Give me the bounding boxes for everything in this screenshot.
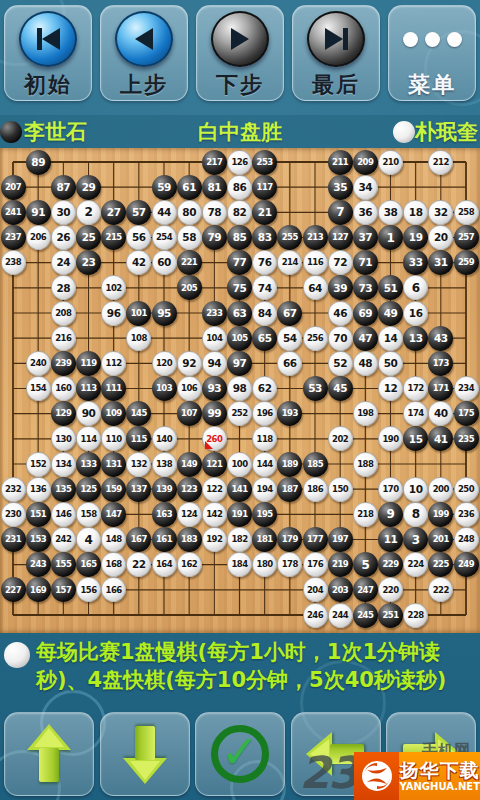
stone-black-227: 227 <box>1 577 26 602</box>
stone-white-238: 238 <box>1 250 26 275</box>
stone-white-92: 92 <box>177 351 202 376</box>
stone-black-47: 47 <box>353 326 378 351</box>
stone-white-10: 10 <box>403 477 428 502</box>
stone-white-164: 164 <box>152 552 177 577</box>
stone-white-66: 66 <box>277 351 302 376</box>
stone-black-95: 95 <box>152 301 177 326</box>
stone-black-147: 147 <box>101 502 126 527</box>
stone-white-138: 138 <box>152 452 177 477</box>
next-move-label: 下步 <box>216 70 264 100</box>
stone-black-177: 177 <box>303 527 328 552</box>
stone-black-3: 3 <box>403 527 428 552</box>
stone-white-202: 202 <box>328 426 353 451</box>
stone-black-73: 73 <box>353 275 378 300</box>
stone-white-246: 246 <box>303 603 328 628</box>
stone-black-239: 239 <box>51 351 76 376</box>
stone-black-249: 249 <box>454 552 479 577</box>
last-move-marker <box>205 441 213 449</box>
stone-white-112: 112 <box>101 351 126 376</box>
stone-black-137: 137 <box>126 477 151 502</box>
stone-black-39: 39 <box>328 275 353 300</box>
download-badge[interactable]: 扬华下载 YANGHUA.NET <box>354 752 480 800</box>
top-toolbar: 初始 上步 下步 最后 菜单 <box>0 5 480 103</box>
stone-white-72: 72 <box>328 250 353 275</box>
stone-black-103: 103 <box>152 376 177 401</box>
stone-black-91: 91 <box>26 200 51 225</box>
stone-black-49: 49 <box>378 301 403 326</box>
stone-black-45: 45 <box>328 376 353 401</box>
stone-black-53: 53 <box>303 376 328 401</box>
stone-white-154: 154 <box>26 376 51 401</box>
stone-white-30: 30 <box>51 200 76 225</box>
stone-white-106: 106 <box>177 376 202 401</box>
stone-white-142: 142 <box>202 502 227 527</box>
stone-black-81: 81 <box>202 175 227 200</box>
menu-dots-icon <box>403 11 462 67</box>
stone-black-61: 61 <box>177 175 202 200</box>
stone-white-124: 124 <box>177 502 202 527</box>
stone-white-108: 108 <box>126 326 151 351</box>
stone-black-257: 257 <box>454 225 479 250</box>
stone-white-96: 96 <box>101 301 126 326</box>
stone-black-107: 107 <box>177 401 202 426</box>
stone-black-219: 219 <box>328 552 353 577</box>
stone-black-191: 191 <box>227 502 252 527</box>
stone-black-25: 25 <box>76 225 101 250</box>
stone-black-235: 235 <box>454 426 479 451</box>
stone-black-197: 197 <box>328 527 353 552</box>
stone-black-117: 117 <box>252 175 277 200</box>
stone-black-29: 29 <box>76 175 101 200</box>
arrow-up-icon <box>21 724 77 784</box>
stone-black-83: 83 <box>252 225 277 250</box>
stone-black-105: 105 <box>227 326 252 351</box>
stone-white-150: 150 <box>328 477 353 502</box>
stone-white-204: 204 <box>303 577 328 602</box>
stone-black-127: 127 <box>328 225 353 250</box>
stone-white-52: 52 <box>328 351 353 376</box>
stone-black-199: 199 <box>428 502 453 527</box>
stone-black-63: 63 <box>227 301 252 326</box>
stone-black-241: 241 <box>1 200 26 225</box>
stone-white-192: 192 <box>202 527 227 552</box>
step-back-icon <box>115 11 173 67</box>
stone-black-141: 141 <box>227 477 252 502</box>
menu-button[interactable]: 菜单 <box>388 5 476 101</box>
stone-black-247: 247 <box>353 577 378 602</box>
stone-black-85: 85 <box>227 225 252 250</box>
confirm-button[interactable]: ✓ <box>195 712 285 796</box>
stone-white-194: 194 <box>252 477 277 502</box>
stone-black-205: 205 <box>177 275 202 300</box>
stone-black-125: 125 <box>76 477 101 502</box>
stone-white-172: 172 <box>403 376 428 401</box>
stone-white-130: 130 <box>51 426 76 451</box>
stone-white-34: 34 <box>353 175 378 200</box>
white-player-name: 朴珉奎 <box>415 118 478 146</box>
next-move-button[interactable]: 下步 <box>196 5 284 101</box>
stone-white-134: 134 <box>51 452 76 477</box>
stone-black-79: 79 <box>202 225 227 250</box>
tournament-info: 每场比赛1盘慢棋(每方1小时，1次1分钟读 秒)、4盘快棋(每方10分钟，5次4… <box>0 638 480 694</box>
step-forward-icon <box>211 11 269 67</box>
stone-white-254: 254 <box>152 225 177 250</box>
stone-black-157: 157 <box>51 577 76 602</box>
stone-black-237: 237 <box>1 225 26 250</box>
stone-white-50: 50 <box>378 351 403 376</box>
stone-white-242: 242 <box>51 527 76 552</box>
stone-black-213: 213 <box>303 225 328 250</box>
arrow-down-icon <box>117 724 173 784</box>
stone-white-228: 228 <box>403 603 428 628</box>
info-line-1: 每场比赛1盘慢棋(每方1小时，1次1分钟读 <box>36 638 472 666</box>
stone-white-170: 170 <box>378 477 403 502</box>
player-bar: 李世石 白中盘胜 朴珉奎 <box>0 115 480 148</box>
stone-black-113: 113 <box>76 376 101 401</box>
stone-white-218: 218 <box>353 502 378 527</box>
stone-white-60: 60 <box>152 250 177 275</box>
stone-white-90: 90 <box>76 401 101 426</box>
stone-black-161: 161 <box>152 527 177 552</box>
previous-move-button[interactable]: 上步 <box>100 5 188 101</box>
stone-black-155: 155 <box>51 552 76 577</box>
stone-white-104: 104 <box>202 326 227 351</box>
stone-white-252: 252 <box>227 401 252 426</box>
stone-black-87: 87 <box>51 175 76 200</box>
stone-black-175: 175 <box>454 401 479 426</box>
stone-white-256: 256 <box>303 326 328 351</box>
stone-black-11: 11 <box>378 527 403 552</box>
stone-black-217: 217 <box>202 150 227 175</box>
stone-white-82: 82 <box>227 200 252 225</box>
stone-white-14: 14 <box>378 326 403 351</box>
stone-white-38: 38 <box>378 200 403 225</box>
stone-black-185: 185 <box>303 452 328 477</box>
stone-black-203: 203 <box>328 577 353 602</box>
stone-black-229: 229 <box>378 552 403 577</box>
stone-black-23: 23 <box>76 250 101 275</box>
stone-white-12: 12 <box>378 376 403 401</box>
stone-white-136: 136 <box>26 477 51 502</box>
stone-black-215: 215 <box>101 225 126 250</box>
stone-white-160: 160 <box>51 376 76 401</box>
stone-black-27: 27 <box>101 200 126 225</box>
go-board: 8921712625321120921021220787295961818611… <box>0 148 480 633</box>
stone-black-19: 19 <box>403 225 428 250</box>
stone-black-253: 253 <box>252 150 277 175</box>
stone-black-207: 207 <box>1 175 26 200</box>
stone-black-183: 183 <box>177 527 202 552</box>
stone-white-94: 94 <box>202 351 227 376</box>
stone-black-13: 13 <box>403 326 428 351</box>
stone-white-198: 198 <box>353 401 378 426</box>
stone-black-119: 119 <box>76 351 101 376</box>
stone-black-251: 251 <box>378 603 403 628</box>
info-line-2: 秒)、4盘快棋(每方10分钟，5次40秒读秒) <box>36 666 472 694</box>
stone-black-169: 169 <box>26 577 51 602</box>
stone-white-24: 24 <box>51 250 76 275</box>
stone-black-1: 1 <box>378 225 403 250</box>
stone-white-244: 244 <box>328 603 353 628</box>
stone-black-59: 59 <box>152 175 177 200</box>
stone-white-240: 240 <box>26 351 51 376</box>
stone-black-231: 231 <box>1 527 26 552</box>
stone-white-98: 98 <box>227 376 252 401</box>
stone-white-28: 28 <box>51 275 76 300</box>
stone-white-2: 2 <box>76 200 101 225</box>
stone-white-232: 232 <box>1 477 26 502</box>
stone-white-8: 8 <box>403 502 428 527</box>
stone-black-129: 129 <box>51 401 76 426</box>
stone-black-173: 173 <box>428 351 453 376</box>
stone-white-258: 258 <box>454 200 479 225</box>
check-circle-icon: ✓ <box>211 725 269 783</box>
stone-black-259: 259 <box>454 250 479 275</box>
stone-white-120: 120 <box>152 351 177 376</box>
stone-white-248: 248 <box>454 527 479 552</box>
stone-white-184: 184 <box>227 552 252 577</box>
stone-white-32: 32 <box>428 200 453 225</box>
stone-white-18: 18 <box>403 200 428 225</box>
stone-white-126: 126 <box>227 150 252 175</box>
stone-black-245: 245 <box>353 603 378 628</box>
stone-white-200: 200 <box>428 477 453 502</box>
stone-white-176: 176 <box>303 552 328 577</box>
stone-white-62: 62 <box>252 376 277 401</box>
go-to-start-label: 初始 <box>24 70 72 100</box>
stone-black-93: 93 <box>202 376 227 401</box>
stone-white-260: 260 <box>202 426 227 451</box>
stone-black-149: 149 <box>177 452 202 477</box>
stone-white-70: 70 <box>328 326 353 351</box>
stone-white-162: 162 <box>177 552 202 577</box>
white-ball-icon <box>4 642 30 668</box>
stone-white-186: 186 <box>303 477 328 502</box>
stone-black-233: 233 <box>202 301 227 326</box>
stone-black-65: 65 <box>252 326 277 351</box>
stone-black-211: 211 <box>328 150 353 175</box>
badge-title: 扬华下载 <box>400 760 480 781</box>
stone-black-89: 89 <box>26 150 51 175</box>
stone-black-139: 139 <box>152 477 177 502</box>
stone-white-54: 54 <box>277 326 302 351</box>
stone-black-221: 221 <box>177 250 202 275</box>
stone-white-144: 144 <box>252 452 277 477</box>
black-player-name: 李世石 <box>24 118 87 146</box>
scroll-down-button[interactable] <box>100 712 190 796</box>
stone-black-99: 99 <box>202 401 227 426</box>
stone-white-148: 148 <box>101 527 126 552</box>
stone-white-122: 122 <box>202 477 227 502</box>
stone-white-64: 64 <box>303 275 328 300</box>
stone-black-35: 35 <box>328 175 353 200</box>
stone-black-189: 189 <box>277 452 302 477</box>
stone-white-250: 250 <box>454 477 479 502</box>
white-stone-icon <box>393 121 415 143</box>
stone-white-116: 116 <box>303 250 328 275</box>
stone-black-153: 153 <box>26 527 51 552</box>
stone-black-133: 133 <box>76 452 101 477</box>
stone-black-21: 21 <box>252 200 277 225</box>
stone-white-100: 100 <box>227 452 252 477</box>
stone-black-181: 181 <box>252 527 277 552</box>
stone-black-77: 77 <box>227 250 252 275</box>
stone-white-234: 234 <box>454 376 479 401</box>
stone-black-57: 57 <box>126 200 151 225</box>
badge-subtitle: YANGHUA.NET <box>399 781 480 792</box>
stone-white-140: 140 <box>152 426 177 451</box>
stone-white-210: 210 <box>378 150 403 175</box>
stone-white-44: 44 <box>152 200 177 225</box>
go-to-end-label: 最后 <box>312 70 360 100</box>
previous-move-label: 上步 <box>120 70 168 100</box>
stone-white-132: 132 <box>126 452 151 477</box>
stone-black-9: 9 <box>378 502 403 527</box>
stone-black-187: 187 <box>277 477 302 502</box>
go-to-end-button[interactable]: 最后 <box>292 5 380 101</box>
black-stone-icon <box>0 121 22 143</box>
stone-white-80: 80 <box>177 200 202 225</box>
stone-white-86: 86 <box>227 175 252 200</box>
stone-white-236: 236 <box>454 502 479 527</box>
stone-black-165: 165 <box>76 552 101 577</box>
stone-black-101: 101 <box>126 301 151 326</box>
stone-white-182: 182 <box>227 527 252 552</box>
stone-white-216: 216 <box>51 326 76 351</box>
stone-white-26: 26 <box>51 225 76 250</box>
skip-to-end-icon <box>307 11 365 67</box>
stone-white-206: 206 <box>26 225 51 250</box>
stone-black-121: 121 <box>202 452 227 477</box>
yanghua-logo-icon <box>354 752 399 800</box>
stone-white-48: 48 <box>353 351 378 376</box>
stone-white-84: 84 <box>252 301 277 326</box>
scroll-up-button[interactable] <box>4 712 94 796</box>
stone-white-230: 230 <box>1 502 26 527</box>
stone-black-97: 97 <box>227 351 252 376</box>
skip-to-start-icon <box>19 11 77 67</box>
stone-black-135: 135 <box>51 477 76 502</box>
stone-black-67: 67 <box>277 301 302 326</box>
stone-black-37: 37 <box>353 225 378 250</box>
stone-black-69: 69 <box>353 301 378 326</box>
stone-black-159: 159 <box>101 477 126 502</box>
stone-black-131: 131 <box>101 452 126 477</box>
stone-white-212: 212 <box>428 150 453 175</box>
stone-black-243: 243 <box>26 552 51 577</box>
stone-black-151: 151 <box>26 502 51 527</box>
stone-white-146: 146 <box>51 502 76 527</box>
stone-black-111: 111 <box>101 376 126 401</box>
stone-black-5: 5 <box>353 552 378 577</box>
stone-black-123: 123 <box>177 477 202 502</box>
stone-black-163: 163 <box>152 502 177 527</box>
menu-label: 菜单 <box>408 70 456 100</box>
go-to-start-button[interactable]: 初始 <box>4 5 92 101</box>
stone-white-46: 46 <box>328 301 353 326</box>
stone-white-188: 188 <box>353 452 378 477</box>
stone-black-43: 43 <box>428 326 453 351</box>
stone-white-152: 152 <box>26 452 51 477</box>
stone-white-4: 4 <box>76 527 101 552</box>
stone-white-78: 78 <box>202 200 227 225</box>
stone-white-58: 58 <box>177 225 202 250</box>
stone-white-36: 36 <box>353 200 378 225</box>
stone-white-208: 208 <box>51 301 76 326</box>
stone-white-158: 158 <box>76 502 101 527</box>
stone-black-195: 195 <box>252 502 277 527</box>
stone-black-7: 7 <box>328 200 353 225</box>
game-result: 白中盘胜 <box>87 118 393 146</box>
stone-white-16: 16 <box>403 301 428 326</box>
stone-black-209: 209 <box>353 150 378 175</box>
stone-black-71: 71 <box>353 250 378 275</box>
